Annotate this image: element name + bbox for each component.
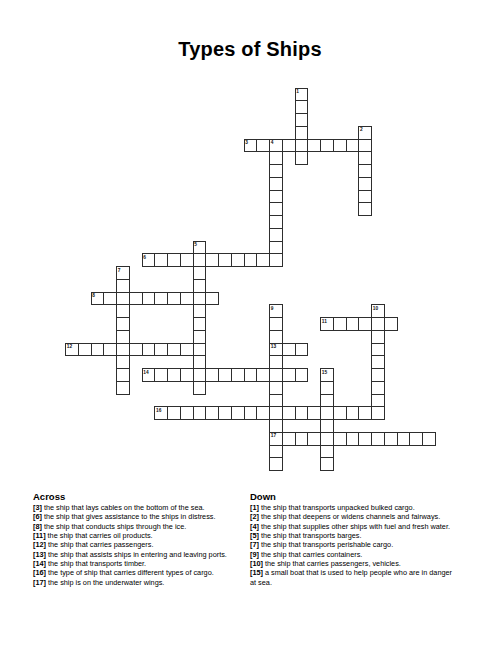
- across-clue-8-number: [8]: [33, 522, 42, 531]
- cell-r21-c24[interactable]: [371, 355, 385, 369]
- cell-r25-c10[interactable]: [193, 406, 207, 420]
- cell-r22-c20[interactable]: [320, 368, 334, 382]
- cell-r20-c9[interactable]: [180, 343, 194, 357]
- cell-r20-c6[interactable]: [142, 343, 156, 357]
- cell-r13-c15[interactable]: [256, 253, 270, 267]
- cell-r18-c10[interactable]: [193, 317, 207, 331]
- cell-r4-c17[interactable]: [282, 139, 296, 153]
- across-clue-12-number: [12]: [33, 540, 46, 549]
- cell-r22-c13[interactable]: [231, 368, 245, 382]
- cell-r17-c16[interactable]: [269, 304, 283, 318]
- cell-r26-c20[interactable]: [320, 419, 334, 433]
- across-clue-13: [13]the ship that assists ships in enter…: [33, 550, 249, 559]
- cell-r8-c23[interactable]: [358, 190, 372, 204]
- cell-r17-c4[interactable]: [116, 304, 130, 318]
- cell-r20-c24[interactable]: [371, 343, 385, 357]
- cell-r25-c13[interactable]: [231, 406, 245, 420]
- cell-r4-c15[interactable]: [256, 139, 270, 153]
- down-header: Down: [250, 491, 455, 502]
- cell-r16-c11[interactable]: [205, 292, 219, 306]
- cell-r4-c14[interactable]: [244, 139, 258, 153]
- across-clue-17-text: the ship is on the underwater wings.: [48, 578, 164, 587]
- cell-r28-c16[interactable]: [269, 445, 283, 459]
- cell-r14-c10[interactable]: [193, 266, 207, 280]
- down-clue-15: [15]a small boat that is used to help pe…: [250, 568, 455, 587]
- across-clue-11-text: the ship that carries oil products.: [48, 531, 153, 540]
- cell-r13-c6[interactable]: [142, 253, 156, 267]
- cell-r16-c4[interactable]: [116, 292, 130, 306]
- crossword-page: Types of Ships 1234567891011121314151617…: [0, 0, 500, 647]
- down-clue-15-number: [15]: [250, 568, 263, 577]
- cell-r16-c9[interactable]: [180, 292, 194, 306]
- cell-r27-c16[interactable]: [269, 432, 283, 446]
- down-clue-4-number: [4]: [250, 522, 259, 531]
- down-clue-5: [5]the ship that transports barges.: [250, 531, 455, 540]
- cell-r20-c16[interactable]: [269, 343, 283, 357]
- cell-r5-c18[interactable]: [295, 151, 309, 165]
- cell-r20-c3[interactable]: [103, 343, 117, 357]
- across-clue-16-text: the type of ship that carries different …: [48, 568, 214, 577]
- cell-r27-c23[interactable]: [358, 432, 372, 446]
- cell-r4-c22[interactable]: [346, 139, 360, 153]
- down-clue-2-text: the ship that deepens or widens channels…: [261, 512, 440, 521]
- cell-r27-c28[interactable]: [422, 432, 436, 446]
- across-clue-8-text: the ship that conducts ships through the…: [44, 522, 186, 531]
- cell-r22-c16[interactable]: [269, 368, 283, 382]
- cell-r4-c19[interactable]: [307, 139, 321, 153]
- cell-r25-c24[interactable]: [371, 406, 385, 420]
- cell-r22-c24[interactable]: [371, 368, 385, 382]
- cell-r20-c7[interactable]: [154, 343, 168, 357]
- cell-r25-c8[interactable]: [167, 406, 181, 420]
- cell-r23-c24[interactable]: [371, 381, 385, 395]
- cell-r23-c20[interactable]: [320, 381, 334, 395]
- cell-r20-c4[interactable]: [116, 343, 130, 357]
- across-clue-6: [6]the ship that gives assistance to the…: [33, 512, 249, 521]
- across-clue-11: [11]the ship that carries oil products.: [33, 531, 249, 540]
- cell-r16-c5[interactable]: [129, 292, 143, 306]
- cell-r0-c18[interactable]: [295, 88, 309, 102]
- cell-r29-c16[interactable]: [269, 457, 283, 471]
- cell-r1-c18[interactable]: [295, 100, 309, 114]
- cell-r25-c22[interactable]: [346, 406, 360, 420]
- down-clue-5-number: [5]: [250, 531, 259, 540]
- cell-r13-c10[interactable]: [193, 253, 207, 267]
- cell-r27-c21[interactable]: [333, 432, 347, 446]
- cell-r16-c7[interactable]: [154, 292, 168, 306]
- down-clue-10-number: [10]: [250, 559, 263, 568]
- cell-r6-c16[interactable]: [269, 164, 283, 178]
- cell-r12-c10[interactable]: [193, 241, 207, 255]
- across-clue-3-text: the ship that lays cables on the bottom …: [44, 503, 205, 512]
- cell-r27-c20[interactable]: [320, 432, 334, 446]
- cell-r25-c19[interactable]: [307, 406, 321, 420]
- across-clue-14: [14]the ship that transports timber.: [33, 559, 249, 568]
- crossword-grid: 1234567891011121314151617: [65, 88, 436, 472]
- cell-r18-c25[interactable]: [384, 317, 398, 331]
- cell-r13-c7[interactable]: [154, 253, 168, 267]
- down-clue-10-text: the ship that carries passengers, vehicl…: [265, 559, 401, 568]
- cell-r22-c7[interactable]: [154, 368, 168, 382]
- cell-r20-c10[interactable]: [193, 343, 207, 357]
- across-clue-3: [3]the ship that lays cables on the bott…: [33, 503, 249, 512]
- cell-r25-c21[interactable]: [333, 406, 347, 420]
- down-clue-9-text: the ship that carries containers.: [261, 550, 362, 559]
- across-clue-12-text: the ship that carries passengers.: [48, 540, 153, 549]
- cell-r9-c16[interactable]: [269, 202, 283, 216]
- cell-r13-c16[interactable]: [269, 253, 283, 267]
- cell-r23-c10[interactable]: [193, 381, 207, 395]
- cell-r16-c3[interactable]: [103, 292, 117, 306]
- cell-r15-c10[interactable]: [193, 279, 207, 293]
- cell-r25-c11[interactable]: [205, 406, 219, 420]
- cell-r27-c27[interactable]: [409, 432, 423, 446]
- cell-r10-c16[interactable]: [269, 215, 283, 229]
- cell-r6-c23[interactable]: [358, 164, 372, 178]
- cell-r12-c16[interactable]: [269, 241, 283, 255]
- cell-r22-c18[interactable]: [295, 368, 309, 382]
- cell-r25-c16[interactable]: [269, 406, 283, 420]
- cell-r25-c7[interactable]: [154, 406, 168, 420]
- cell-r28-c20[interactable]: [320, 445, 334, 459]
- cell-r20-c5[interactable]: [129, 343, 143, 357]
- down-clue-9: [9]the ship that carries containers.: [250, 550, 455, 559]
- cell-r23-c16[interactable]: [269, 381, 283, 395]
- cell-r16-c10[interactable]: [193, 292, 207, 306]
- cell-r24-c24[interactable]: [371, 394, 385, 408]
- cell-r25-c14[interactable]: [244, 406, 258, 420]
- cell-r24-c20[interactable]: [320, 394, 334, 408]
- cell-r21-c4[interactable]: [116, 355, 130, 369]
- across-clue-14-text: the ship that transports timber.: [48, 559, 146, 568]
- cell-r25-c12[interactable]: [218, 406, 232, 420]
- cell-r19-c24[interactable]: [371, 330, 385, 344]
- down-clue-2: [2]the ship that deepens or widens chann…: [250, 512, 455, 521]
- cell-r22-c14[interactable]: [244, 368, 258, 382]
- cell-r25-c20[interactable]: [320, 406, 334, 420]
- across-clue-11-number: [11]: [33, 531, 46, 540]
- down-clue-10: [10]the ship that carries passengers, ve…: [250, 559, 455, 568]
- cell-r29-c20[interactable]: [320, 457, 334, 471]
- across-header: Across: [33, 491, 249, 502]
- cell-r25-c9[interactable]: [180, 406, 194, 420]
- cell-r21-c16[interactable]: [269, 355, 283, 369]
- cell-r13-c9[interactable]: [180, 253, 194, 267]
- cell-r24-c16[interactable]: [269, 394, 283, 408]
- across-clue-17: [17]the ship is on the underwater wings.: [33, 578, 249, 587]
- cell-r13-c12[interactable]: [218, 253, 232, 267]
- cell-r25-c15[interactable]: [256, 406, 270, 420]
- down-clue-4-text: the ship that supplies other ships with …: [261, 522, 450, 531]
- down-clue-15-text: a small boat that is used to help people…: [250, 568, 452, 586]
- cell-r27-c17[interactable]: [282, 432, 296, 446]
- down-clue-4: [4]the ship that supplies other ships wi…: [250, 522, 455, 531]
- puzzle-title: Types of Ships: [0, 38, 500, 61]
- cell-r15-c4[interactable]: [116, 279, 130, 293]
- cell-r22-c8[interactable]: [167, 368, 181, 382]
- cell-r14-c4[interactable]: [116, 266, 130, 280]
- cell-r22-c15[interactable]: [256, 368, 270, 382]
- cell-r3-c18[interactable]: [295, 126, 309, 140]
- cell-r26-c16[interactable]: [269, 419, 283, 433]
- across-clue-6-number: [6]: [33, 512, 42, 521]
- cell-r17-c10[interactable]: [193, 304, 207, 318]
- cell-r13-c11[interactable]: [205, 253, 219, 267]
- down-clue-9-number: [9]: [250, 550, 259, 559]
- cell-r7-c16[interactable]: [269, 177, 283, 191]
- across-clue-13-number: [13]: [33, 550, 46, 559]
- down-clues-section: Down [1]the ship that transports unpacke…: [250, 491, 455, 587]
- down-clue-5-text: the ship that transports barges.: [261, 531, 362, 540]
- cell-r20-c18[interactable]: [295, 343, 309, 357]
- cell-r25-c23[interactable]: [358, 406, 372, 420]
- across-clue-list: [3]the ship that lays cables on the bott…: [33, 503, 249, 587]
- across-clue-8: [8]the ship that conducts ships through …: [33, 522, 249, 531]
- cell-r22-c9[interactable]: [180, 368, 194, 382]
- cell-r21-c10[interactable]: [193, 355, 207, 369]
- down-clue-7-number: [7]: [250, 540, 259, 549]
- cell-r18-c20[interactable]: [320, 317, 334, 331]
- cell-r18-c21[interactable]: [333, 317, 347, 331]
- cell-r22-c11[interactable]: [205, 368, 219, 382]
- cell-r16-c6[interactable]: [142, 292, 156, 306]
- cell-r20-c2[interactable]: [91, 343, 105, 357]
- across-clue-12: [12]the ship that carries passengers.: [33, 540, 249, 549]
- cell-r19-c16[interactable]: [269, 330, 283, 344]
- cell-r4-c18[interactable]: [295, 139, 309, 153]
- across-clue-3-number: [3]: [33, 503, 42, 512]
- cell-r18-c4[interactable]: [116, 317, 130, 331]
- cell-r13-c8[interactable]: [167, 253, 181, 267]
- cell-r20-c1[interactable]: [78, 343, 92, 357]
- down-clue-1-number: [1]: [250, 503, 259, 512]
- cell-r18-c24[interactable]: [371, 317, 385, 331]
- cell-r17-c24[interactable]: [371, 304, 385, 318]
- down-clue-1: [1]the ship that transports unpacked bul…: [250, 503, 455, 512]
- cell-r11-c16[interactable]: [269, 228, 283, 242]
- cell-r8-c16[interactable]: [269, 190, 283, 204]
- cell-r22-c17[interactable]: [282, 368, 296, 382]
- cell-r19-c4[interactable]: [116, 330, 130, 344]
- cell-r23-c4[interactable]: [116, 381, 130, 395]
- down-clue-7: [7]the ship that transports perishable c…: [250, 540, 455, 549]
- cell-r20-c8[interactable]: [167, 343, 181, 357]
- cell-r20-c17[interactable]: [282, 343, 296, 357]
- cell-r2-c18[interactable]: [295, 113, 309, 127]
- cell-r22-c12[interactable]: [218, 368, 232, 382]
- cell-r3-c23[interactable]: [358, 126, 372, 140]
- cell-r27-c24[interactable]: [371, 432, 385, 446]
- cell-r5-c23[interactable]: [358, 151, 372, 165]
- cell-r22-c10[interactable]: [193, 368, 207, 382]
- down-clue-2-number: [2]: [250, 512, 259, 521]
- cell-r20-c0[interactable]: [65, 343, 79, 357]
- across-clue-13-text: the ship that assists ships in entering …: [48, 550, 227, 559]
- down-clue-1-text: the ship that transports unpacked bulked…: [261, 503, 415, 512]
- cell-r27-c19[interactable]: [307, 432, 321, 446]
- cell-r22-c6[interactable]: [142, 368, 156, 382]
- cell-r27-c25[interactable]: [384, 432, 398, 446]
- down-clue-7-text: the ship that transports perishable carg…: [261, 540, 393, 549]
- cell-r25-c18[interactable]: [295, 406, 309, 420]
- cell-r7-c23[interactable]: [358, 177, 372, 191]
- cell-r13-c13[interactable]: [231, 253, 245, 267]
- cell-r16-c8[interactable]: [167, 292, 181, 306]
- cell-r5-c16[interactable]: [269, 151, 283, 165]
- cell-r25-c17[interactable]: [282, 406, 296, 420]
- cell-r19-c10[interactable]: [193, 330, 207, 344]
- across-clue-16-number: [16]: [33, 568, 46, 577]
- across-clue-16: [16]the type of ship that carries differ…: [33, 568, 249, 577]
- cell-r18-c22[interactable]: [346, 317, 360, 331]
- cell-r22-c4[interactable]: [116, 368, 130, 382]
- cell-r4-c23[interactable]: [358, 139, 372, 153]
- cell-r18-c16[interactable]: [269, 317, 283, 331]
- cell-r4-c20[interactable]: [320, 139, 334, 153]
- cell-r13-c14[interactable]: [244, 253, 258, 267]
- cell-r27-c18[interactable]: [295, 432, 309, 446]
- cell-r4-c21[interactable]: [333, 139, 347, 153]
- cell-r27-c22[interactable]: [346, 432, 360, 446]
- across-clue-6-text: the ship that gives assistance to the sh…: [44, 512, 216, 521]
- cell-r16-c2[interactable]: [91, 292, 105, 306]
- across-clues-section: Across [3]the ship that lays cables on t…: [33, 491, 249, 587]
- cell-r18-c23[interactable]: [358, 317, 372, 331]
- cell-r9-c23[interactable]: [358, 202, 372, 216]
- across-clue-17-number: [17]: [33, 578, 46, 587]
- down-clue-list: [1]the ship that transports unpacked bul…: [250, 503, 455, 587]
- across-clue-14-number: [14]: [33, 559, 46, 568]
- cell-r4-c16[interactable]: [269, 139, 283, 153]
- cell-r27-c26[interactable]: [397, 432, 411, 446]
